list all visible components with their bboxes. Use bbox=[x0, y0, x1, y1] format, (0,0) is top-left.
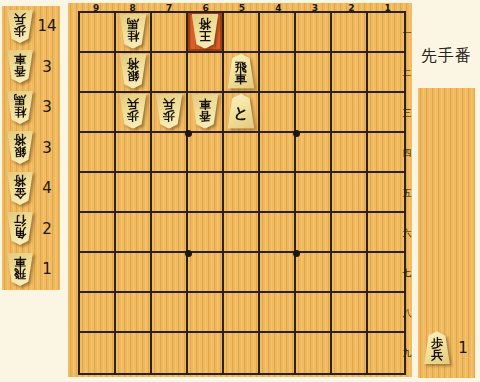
square-7八[interactable] bbox=[152, 293, 188, 333]
sente-hand-count-pawn: 1 bbox=[451, 339, 475, 357]
piece-face: 角行 bbox=[6, 212, 34, 245]
piece-sente-pawn[interactable]: 歩兵 bbox=[423, 331, 451, 364]
hoshi-star-point bbox=[293, 130, 300, 137]
gote-hand-count-gold: 4 bbox=[34, 179, 60, 197]
square-8一[interactable]: 桂馬 bbox=[116, 13, 152, 53]
square-2三[interactable] bbox=[332, 93, 368, 133]
piece-kanji: 歩 bbox=[127, 110, 139, 123]
square-6四[interactable] bbox=[188, 133, 224, 173]
square-8八[interactable] bbox=[116, 293, 152, 333]
piece-face: 歩兵 bbox=[155, 94, 184, 129]
square-6二[interactable] bbox=[188, 53, 224, 93]
gote-hand-count-bishop: 2 bbox=[34, 220, 60, 238]
square-8七[interactable] bbox=[116, 253, 152, 293]
piece-sente-tokin[interactable]: と bbox=[227, 94, 256, 129]
board-grid: 桂馬王将銀将飛車歩兵歩兵香車と bbox=[78, 11, 406, 375]
square-3一[interactable] bbox=[296, 13, 332, 53]
piece-gote-bishop[interactable]: 角行 bbox=[6, 212, 34, 245]
square-7二[interactable] bbox=[152, 53, 188, 93]
piece-gote-silver[interactable]: 銀将 bbox=[119, 54, 148, 89]
piece-kanji: 桂 bbox=[14, 106, 26, 119]
piece-kanji: 将 bbox=[14, 174, 26, 187]
piece-kanji: 桂 bbox=[127, 30, 139, 43]
square-5三[interactable]: と bbox=[224, 93, 260, 133]
piece-kanji: 車 bbox=[199, 97, 211, 110]
piece-kanji: と bbox=[233, 105, 248, 121]
piece-kanji: 香 bbox=[14, 65, 26, 78]
piece-kanji: 将 bbox=[199, 17, 211, 30]
piece-gote-pawn[interactable]: 歩兵 bbox=[155, 94, 184, 129]
piece-kanji: 車 bbox=[14, 53, 26, 66]
square-1五[interactable] bbox=[368, 173, 404, 213]
square-2二[interactable] bbox=[332, 53, 368, 93]
piece-gote-knight[interactable]: 桂馬 bbox=[6, 91, 34, 124]
gote-hand-row-pawn: 歩兵14 bbox=[2, 6, 60, 47]
piece-kanji: 兵 bbox=[163, 97, 175, 110]
square-5二[interactable]: 飛車 bbox=[224, 53, 260, 93]
shogi-app: 歩兵14香車3桂馬3銀将3金将4角行2飛車1 987654321 一二三四五六七… bbox=[0, 0, 480, 382]
piece-kanji: 香 bbox=[199, 110, 211, 123]
hoshi-star-point bbox=[185, 250, 192, 257]
piece-kanji: 将 bbox=[14, 134, 26, 147]
square-7三[interactable]: 歩兵 bbox=[152, 93, 188, 133]
piece-sente-rook[interactable]: 飛車 bbox=[227, 54, 256, 89]
square-9四[interactable] bbox=[80, 133, 116, 173]
piece-kanji: 将 bbox=[127, 57, 139, 70]
gote-hand-row-silver: 銀将3 bbox=[2, 128, 60, 169]
piece-kanji: 車 bbox=[235, 73, 247, 86]
square-2一[interactable] bbox=[332, 13, 368, 53]
square-1二[interactable] bbox=[368, 53, 404, 93]
square-5六[interactable] bbox=[224, 213, 260, 253]
piece-gote-lance[interactable]: 香車 bbox=[191, 94, 220, 129]
gote-hand-tray: 歩兵14香車3桂馬3銀将3金将4角行2飛車1 bbox=[2, 6, 60, 290]
square-5八[interactable] bbox=[224, 293, 260, 333]
gote-hand-row-lance: 香車3 bbox=[2, 47, 60, 88]
square-6五[interactable] bbox=[188, 173, 224, 213]
piece-kanji: 馬 bbox=[14, 93, 26, 106]
square-9八[interactable] bbox=[80, 293, 116, 333]
square-7六[interactable] bbox=[152, 213, 188, 253]
square-3六[interactable] bbox=[296, 213, 332, 253]
square-2五[interactable] bbox=[332, 173, 368, 213]
gote-hand-count-pawn: 14 bbox=[34, 17, 60, 35]
piece-face: 香車 bbox=[6, 50, 34, 83]
sente-hand-tray: 歩兵1 bbox=[418, 88, 475, 378]
square-8三[interactable]: 歩兵 bbox=[116, 93, 152, 133]
square-1八[interactable] bbox=[368, 293, 404, 333]
piece-face: 銀将 bbox=[6, 131, 34, 164]
sente-hand-row-pawn: 歩兵1 bbox=[418, 328, 475, 369]
piece-gote-king[interactable]: 王将 bbox=[191, 14, 220, 49]
square-5五[interactable] bbox=[224, 173, 260, 213]
square-6八[interactable] bbox=[188, 293, 224, 333]
gote-hand-count-lance: 3 bbox=[34, 58, 60, 76]
square-4九[interactable] bbox=[260, 333, 296, 373]
square-3七[interactable] bbox=[296, 253, 332, 293]
piece-face: と bbox=[227, 94, 256, 129]
square-8九[interactable] bbox=[116, 333, 152, 373]
square-1一[interactable] bbox=[368, 13, 404, 53]
square-3四[interactable] bbox=[296, 133, 332, 173]
piece-gote-rook[interactable]: 飛車 bbox=[6, 253, 34, 286]
piece-face: 歩兵 bbox=[6, 10, 34, 43]
piece-face: 桂馬 bbox=[119, 14, 148, 49]
square-4七[interactable] bbox=[260, 253, 296, 293]
square-4八[interactable] bbox=[260, 293, 296, 333]
square-6六[interactable] bbox=[188, 213, 224, 253]
gote-hand-count-rook: 1 bbox=[34, 260, 60, 278]
piece-kanji: 金 bbox=[14, 187, 26, 200]
square-1九[interactable] bbox=[368, 333, 404, 373]
square-6九[interactable] bbox=[188, 333, 224, 373]
piece-gote-pawn[interactable]: 歩兵 bbox=[6, 10, 34, 43]
piece-gote-knight[interactable]: 桂馬 bbox=[119, 14, 148, 49]
square-5七[interactable] bbox=[224, 253, 260, 293]
square-4二[interactable] bbox=[260, 53, 296, 93]
square-2六[interactable] bbox=[332, 213, 368, 253]
square-7五[interactable] bbox=[152, 173, 188, 213]
piece-kanji: 角 bbox=[14, 227, 26, 240]
square-7一[interactable] bbox=[152, 13, 188, 53]
piece-face: 桂馬 bbox=[6, 91, 34, 124]
square-4三[interactable] bbox=[260, 93, 296, 133]
square-2七[interactable] bbox=[332, 253, 368, 293]
square-4六[interactable] bbox=[260, 213, 296, 253]
square-9五[interactable] bbox=[80, 173, 116, 213]
gote-hand-row-knight: 桂馬3 bbox=[2, 87, 60, 128]
square-5一[interactable] bbox=[224, 13, 260, 53]
square-6三[interactable]: 香車 bbox=[188, 93, 224, 133]
square-1四[interactable] bbox=[368, 133, 404, 173]
square-9六[interactable] bbox=[80, 213, 116, 253]
piece-kanji: 歩 bbox=[14, 25, 26, 38]
square-1七[interactable] bbox=[368, 253, 404, 293]
square-8二[interactable]: 銀将 bbox=[116, 53, 152, 93]
piece-kanji: 車 bbox=[14, 255, 26, 268]
piece-gote-lance[interactable]: 香車 bbox=[6, 50, 34, 83]
piece-kanji: 歩 bbox=[163, 110, 175, 123]
piece-face: 王将 bbox=[191, 14, 220, 49]
square-4四[interactable] bbox=[260, 133, 296, 173]
piece-kanji: 兵 bbox=[14, 12, 26, 25]
square-4一[interactable] bbox=[260, 13, 296, 53]
gote-hand-count-silver: 3 bbox=[34, 139, 60, 157]
square-3五[interactable] bbox=[296, 173, 332, 213]
turn-indicator: 先手番 bbox=[421, 46, 472, 67]
piece-gote-gold[interactable]: 金将 bbox=[6, 172, 34, 205]
piece-face: 香車 bbox=[191, 94, 220, 129]
square-5四[interactable] bbox=[224, 133, 260, 173]
square-8五[interactable] bbox=[116, 173, 152, 213]
piece-face: 飛車 bbox=[6, 253, 34, 286]
hoshi-star-point bbox=[293, 250, 300, 257]
gote-hand-row-gold: 金将4 bbox=[2, 168, 60, 209]
square-7九[interactable] bbox=[152, 333, 188, 373]
square-9三[interactable] bbox=[80, 93, 116, 133]
piece-gote-pawn[interactable]: 歩兵 bbox=[119, 94, 148, 129]
square-4五[interactable] bbox=[260, 173, 296, 213]
piece-kanji: 行 bbox=[14, 215, 26, 228]
hoshi-star-point bbox=[185, 130, 192, 137]
square-6七[interactable] bbox=[188, 253, 224, 293]
square-9一[interactable] bbox=[80, 13, 116, 53]
piece-kanji: 馬 bbox=[127, 17, 139, 30]
square-9九[interactable] bbox=[80, 333, 116, 373]
piece-face: 金将 bbox=[6, 172, 34, 205]
piece-face: 歩兵 bbox=[423, 331, 451, 364]
gote-hand-row-rook: 飛車1 bbox=[2, 249, 60, 290]
square-8六[interactable] bbox=[116, 213, 152, 253]
piece-kanji: 飛 bbox=[14, 268, 26, 281]
square-3九[interactable] bbox=[296, 333, 332, 373]
piece-face: 飛車 bbox=[227, 54, 256, 89]
piece-face: 歩兵 bbox=[119, 94, 148, 129]
piece-kanji: 銀 bbox=[127, 70, 139, 83]
gote-hand-count-knight: 3 bbox=[34, 98, 60, 116]
piece-kanji: 王 bbox=[199, 30, 211, 43]
square-7四[interactable] bbox=[152, 133, 188, 173]
square-2四[interactable] bbox=[332, 133, 368, 173]
square-1六[interactable] bbox=[368, 213, 404, 253]
square-3八[interactable] bbox=[296, 293, 332, 333]
square-3三[interactable] bbox=[296, 93, 332, 133]
square-9七[interactable] bbox=[80, 253, 116, 293]
piece-kanji: 銀 bbox=[14, 146, 26, 159]
square-8四[interactable] bbox=[116, 133, 152, 173]
piece-gote-silver[interactable]: 銀将 bbox=[6, 131, 34, 164]
square-2九[interactable] bbox=[332, 333, 368, 373]
piece-face: 銀将 bbox=[119, 54, 148, 89]
square-2八[interactable] bbox=[332, 293, 368, 333]
square-9二[interactable] bbox=[80, 53, 116, 93]
piece-kanji: 兵 bbox=[127, 97, 139, 110]
square-6一[interactable]: 王将 bbox=[188, 13, 224, 53]
square-5九[interactable] bbox=[224, 333, 260, 373]
square-7七[interactable] bbox=[152, 253, 188, 293]
gote-hand-row-bishop: 角行2 bbox=[2, 209, 60, 250]
shogi-board: 987654321 一二三四五六七八九 桂馬王将銀将飛車歩兵歩兵香車と bbox=[68, 3, 412, 377]
square-3二[interactable] bbox=[296, 53, 332, 93]
square-1三[interactable] bbox=[368, 93, 404, 133]
piece-kanji: 兵 bbox=[431, 349, 443, 362]
